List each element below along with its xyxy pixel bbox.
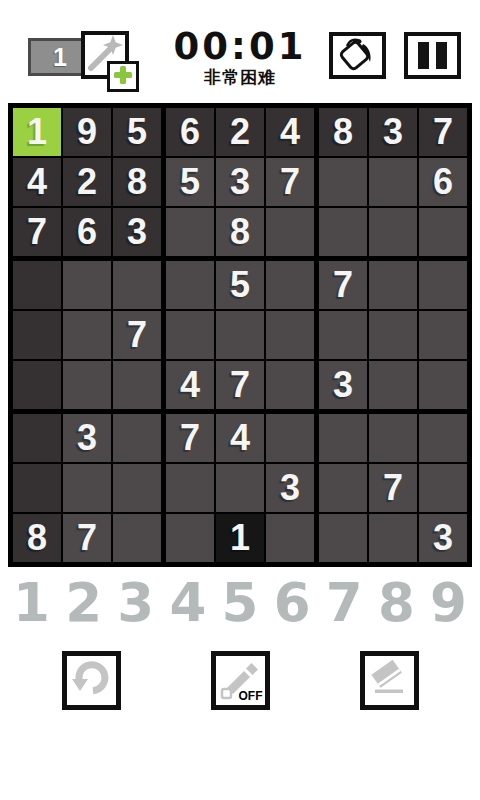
- cell-r6c6[interactable]: [266, 361, 314, 409]
- eraser-button[interactable]: [360, 651, 419, 710]
- numpad-1[interactable]: 1: [13, 576, 50, 629]
- cell-r4c8[interactable]: [369, 261, 417, 309]
- box-9: 73: [319, 414, 467, 562]
- cell-r1c9[interactable]: 7: [419, 108, 467, 156]
- pencil-state-label: OFF: [239, 689, 263, 703]
- cell-r9c2[interactable]: 7: [63, 514, 111, 562]
- cell-r5c5[interactable]: [216, 311, 264, 359]
- cell-r5c7[interactable]: [319, 311, 367, 359]
- hint-count-value: 1: [53, 43, 67, 72]
- cell-r9c8[interactable]: [369, 514, 417, 562]
- box-5: 547: [166, 261, 314, 409]
- cell-r1c4[interactable]: 6: [166, 108, 214, 156]
- sudoku-board: 19542876362453788376754773387743173: [8, 103, 472, 567]
- cell-r1c2[interactable]: 9: [63, 108, 111, 156]
- cell-r7c5[interactable]: 4: [216, 414, 264, 462]
- cell-r8c7[interactable]: [319, 464, 367, 512]
- cell-r7c6[interactable]: [266, 414, 314, 462]
- numpad-5[interactable]: 5: [222, 576, 259, 629]
- cell-r1c6[interactable]: 4: [266, 108, 314, 156]
- cell-r6c7[interactable]: 3: [319, 361, 367, 409]
- cell-r4c7[interactable]: 7: [319, 261, 367, 309]
- cell-r5c1[interactable]: [13, 311, 61, 359]
- cell-r2c4[interactable]: 5: [166, 158, 214, 206]
- cell-r7c2[interactable]: 3: [63, 414, 111, 462]
- cell-r1c8[interactable]: 3: [369, 108, 417, 156]
- cell-r5c9[interactable]: [419, 311, 467, 359]
- paint-bucket-icon: [336, 35, 380, 77]
- pencil-notes-button[interactable]: OFF: [211, 651, 270, 710]
- cell-r6c9[interactable]: [419, 361, 467, 409]
- cell-r4c6[interactable]: [266, 261, 314, 309]
- cell-r8c8[interactable]: 7: [369, 464, 417, 512]
- box-4: 7: [13, 261, 161, 409]
- box-8: 7431: [166, 414, 314, 562]
- cell-r1c1[interactable]: 1: [13, 108, 61, 156]
- numpad-6[interactable]: 6: [274, 576, 311, 629]
- numpad-3[interactable]: 3: [117, 576, 154, 629]
- box-7: 387: [13, 414, 161, 562]
- box-3: 8376: [319, 108, 467, 256]
- cell-r3c2[interactable]: 6: [63, 208, 111, 256]
- cell-r2c8[interactable]: [369, 158, 417, 206]
- cell-r5c6[interactable]: [266, 311, 314, 359]
- cell-r5c8[interactable]: [369, 311, 417, 359]
- pause-icon: [436, 42, 447, 69]
- box-2: 6245378: [166, 108, 314, 256]
- number-pad: 1 2 3 4 5 6 7 8 9: [0, 574, 480, 630]
- cell-r8c1[interactable]: [13, 464, 61, 512]
- cell-r4c3[interactable]: [113, 261, 161, 309]
- cell-r8c4[interactable]: [166, 464, 214, 512]
- cell-r7c9[interactable]: [419, 414, 467, 462]
- cell-r6c1[interactable]: [13, 361, 61, 409]
- cell-r2c3[interactable]: 8: [113, 158, 161, 206]
- cell-r6c3[interactable]: [113, 361, 161, 409]
- cell-r9c3[interactable]: [113, 514, 161, 562]
- cell-r8c2[interactable]: [63, 464, 111, 512]
- cell-r6c8[interactable]: [369, 361, 417, 409]
- eraser-icon: [366, 656, 412, 706]
- cell-r1c5[interactable]: 2: [216, 108, 264, 156]
- cell-r6c4[interactable]: 4: [166, 361, 214, 409]
- cell-r4c5[interactable]: 5: [216, 261, 264, 309]
- box-6: 73: [319, 261, 467, 409]
- undo-button[interactable]: [62, 651, 121, 710]
- box-1: 195428763: [13, 108, 161, 256]
- cell-r7c8[interactable]: [369, 414, 417, 462]
- cell-r5c4[interactable]: [166, 311, 214, 359]
- pause-button[interactable]: [404, 32, 461, 79]
- cell-r3c7[interactable]: [319, 208, 367, 256]
- cell-r6c2[interactable]: [63, 361, 111, 409]
- cell-r3c5[interactable]: 8: [216, 208, 264, 256]
- cell-r9c7[interactable]: [319, 514, 367, 562]
- cell-r3c1[interactable]: 7: [13, 208, 61, 256]
- cell-r3c4[interactable]: [166, 208, 214, 256]
- cell-r5c3[interactable]: 7: [113, 311, 161, 359]
- cell-r6c5[interactable]: 7: [216, 361, 264, 409]
- pause-icon: [418, 42, 429, 69]
- numpad-7[interactable]: 7: [326, 576, 363, 629]
- cell-r3c6[interactable]: [266, 208, 314, 256]
- cell-r2c2[interactable]: 2: [63, 158, 111, 206]
- cell-r2c7[interactable]: [319, 158, 367, 206]
- cell-r2c6[interactable]: 7: [266, 158, 314, 206]
- numpad-8[interactable]: 8: [378, 576, 415, 629]
- cell-r5c2[interactable]: [63, 311, 111, 359]
- cell-r7c7[interactable]: [319, 414, 367, 462]
- cell-r2c1[interactable]: 4: [13, 158, 61, 206]
- cell-r9c1[interactable]: 8: [13, 514, 61, 562]
- cell-r9c9[interactable]: 3: [419, 514, 467, 562]
- numpad-4[interactable]: 4: [169, 576, 206, 629]
- cell-r2c5[interactable]: 3: [216, 158, 264, 206]
- bottom-toolbar: OFF: [0, 651, 480, 710]
- undo-icon: [69, 657, 113, 705]
- cell-r8c3[interactable]: [113, 464, 161, 512]
- theme-paint-button[interactable]: [329, 32, 386, 79]
- cell-r4c9[interactable]: [419, 261, 467, 309]
- numpad-2[interactable]: 2: [65, 576, 102, 629]
- sudoku-app-screen: 1 00:01 非常困难: [0, 0, 480, 800]
- cell-r4c1[interactable]: [13, 261, 61, 309]
- plus-icon: [112, 64, 134, 90]
- cell-r8c9[interactable]: [419, 464, 467, 512]
- cell-r2c9[interactable]: 6: [419, 158, 467, 206]
- cell-r7c4[interactable]: 7: [166, 414, 214, 462]
- cell-r8c6[interactable]: 3: [266, 464, 314, 512]
- cell-r3c9[interactable]: [419, 208, 467, 256]
- cell-r8c5[interactable]: [216, 464, 264, 512]
- cell-r9c4[interactable]: [166, 514, 214, 562]
- cell-r4c4[interactable]: [166, 261, 214, 309]
- cell-r7c1[interactable]: [13, 414, 61, 462]
- numpad-9[interactable]: 9: [430, 576, 467, 629]
- cell-r1c7[interactable]: 8: [319, 108, 367, 156]
- cell-r4c2[interactable]: [63, 261, 111, 309]
- cell-r7c3[interactable]: [113, 414, 161, 462]
- cell-r1c3[interactable]: 5: [113, 108, 161, 156]
- cell-r9c5[interactable]: 1: [216, 514, 264, 562]
- cell-r9c6[interactable]: [266, 514, 314, 562]
- cell-r3c8[interactable]: [369, 208, 417, 256]
- cell-r3c3[interactable]: 3: [113, 208, 161, 256]
- add-hint-button[interactable]: [107, 61, 139, 92]
